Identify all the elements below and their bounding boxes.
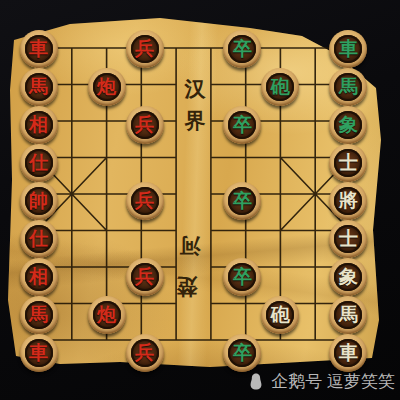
piece-black-chariot-1[interactable]: 車 [329,30,367,68]
piece-black-soldier-3[interactable]: 卒 [223,182,261,220]
piece-red-soldier-4[interactable]: 兵 [126,258,164,296]
piece-face: 馬 [25,73,53,101]
piece-face: 馬 [25,301,53,329]
piece-red-general[interactable]: 帥 [20,182,58,220]
piece-red-chariot-1[interactable]: 車 [20,30,58,68]
piece-face: 象 [334,263,362,291]
piece-face: 馬 [334,73,362,101]
piece-glyph: 仕 [29,229,48,248]
piece-face: 卒 [228,187,256,215]
piece-face: 仕 [25,225,53,253]
piece-glyph: 兵 [135,115,154,134]
board: 車馬相仕帥仕相馬車炮炮兵兵兵兵兵卒卒卒卒卒砲砲車馬象士將士象馬車 [20,30,368,359]
piece-face: 車 [25,35,53,63]
piece-red-advisor-1[interactable]: 仕 [20,144,58,182]
piece-glyph: 卒 [233,115,252,134]
piece-red-soldier-2[interactable]: 兵 [126,106,164,144]
piece-glyph: 卒 [233,267,252,286]
piece-face: 士 [334,225,362,253]
piece-black-elephant-2[interactable]: 象 [329,258,367,296]
piece-face: 炮 [93,301,121,329]
piece-black-elephant-1[interactable]: 象 [329,106,367,144]
piece-face: 馬 [334,301,362,329]
piece-glyph: 士 [339,229,358,248]
piece-black-soldier-2[interactable]: 卒 [223,106,261,144]
piece-glyph: 相 [29,115,48,134]
piece-face: 兵 [131,339,159,367]
piece-red-elephant-1[interactable]: 相 [20,106,58,144]
piece-glyph: 兵 [135,267,154,286]
piece-glyph: 馬 [339,77,358,96]
piece-face: 兵 [131,187,159,215]
piece-black-horse-1[interactable]: 馬 [329,68,367,106]
piece-face: 卒 [228,263,256,291]
piece-face: 砲 [266,73,294,101]
piece-glyph: 車 [339,343,358,362]
piece-glyph: 砲 [271,305,290,324]
piece-glyph: 車 [339,39,358,58]
piece-black-soldier-5[interactable]: 卒 [223,334,261,372]
piece-face: 相 [25,111,53,139]
piece-glyph: 馬 [29,77,48,96]
piece-face: 士 [334,149,362,177]
piece-black-cannon-2[interactable]: 砲 [261,296,299,334]
piece-black-cannon-1[interactable]: 砲 [261,68,299,106]
piece-glyph: 帥 [29,191,48,210]
piece-red-soldier-5[interactable]: 兵 [126,334,164,372]
piece-face: 兵 [131,263,159,291]
watermark-text: 企鹅号 逗萝笑笑 [271,370,395,393]
piece-red-soldier-3[interactable]: 兵 [126,182,164,220]
photo-background: 汉 界 河 楚 車馬相仕帥仕相馬車炮炮兵兵兵兵兵卒卒卒卒卒砲砲車馬象士將士象馬車… [0,0,400,400]
piece-glyph: 仕 [29,153,48,172]
piece-face: 車 [334,35,362,63]
piece-face: 帥 [25,187,53,215]
piece-glyph: 士 [339,153,358,172]
piece-face: 仕 [25,149,53,177]
piece-glyph: 象 [339,267,358,286]
piece-black-advisor-2[interactable]: 士 [329,220,367,258]
piece-glyph: 兵 [135,343,154,362]
piece-red-chariot-2[interactable]: 車 [20,334,58,372]
piece-face: 卒 [228,35,256,63]
piece-glyph: 砲 [271,77,290,96]
penguin-icon [248,372,264,391]
piece-glyph: 象 [339,115,358,134]
piece-black-soldier-1[interactable]: 卒 [223,30,261,68]
piece-glyph: 車 [29,343,48,362]
piece-glyph: 卒 [233,191,252,210]
piece-red-horse-1[interactable]: 馬 [20,68,58,106]
piece-black-horse-2[interactable]: 馬 [329,296,367,334]
piece-red-horse-2[interactable]: 馬 [20,296,58,334]
piece-face: 砲 [266,301,294,329]
piece-face: 兵 [131,111,159,139]
piece-face: 車 [334,339,362,367]
piece-face: 兵 [131,35,159,63]
watermark: 企鹅号 逗萝笑笑 [248,370,395,393]
piece-glyph: 馬 [29,305,48,324]
piece-face: 車 [25,339,53,367]
piece-red-advisor-2[interactable]: 仕 [20,220,58,258]
piece-face: 卒 [228,111,256,139]
piece-glyph: 馬 [339,305,358,324]
piece-glyph: 將 [339,191,358,210]
piece-face: 相 [25,263,53,291]
piece-black-soldier-4[interactable]: 卒 [223,258,261,296]
piece-black-general[interactable]: 將 [329,182,367,220]
piece-face: 卒 [228,339,256,367]
piece-red-cannon-2[interactable]: 炮 [88,296,126,334]
piece-black-advisor-1[interactable]: 士 [329,144,367,182]
piece-red-elephant-2[interactable]: 相 [20,258,58,296]
piece-glyph: 兵 [135,191,154,210]
piece-red-soldier-1[interactable]: 兵 [126,30,164,68]
piece-black-chariot-2[interactable]: 車 [329,334,367,372]
piece-glyph: 卒 [233,343,252,362]
piece-glyph: 車 [29,39,48,58]
piece-face: 將 [334,187,362,215]
piece-glyph: 卒 [233,39,252,58]
piece-red-cannon-1[interactable]: 炮 [88,68,126,106]
piece-glyph: 炮 [97,305,116,324]
piece-face: 炮 [93,73,121,101]
piece-glyph: 相 [29,267,48,286]
piece-glyph: 炮 [97,77,116,96]
piece-face: 象 [334,111,362,139]
piece-glyph: 兵 [135,39,154,58]
